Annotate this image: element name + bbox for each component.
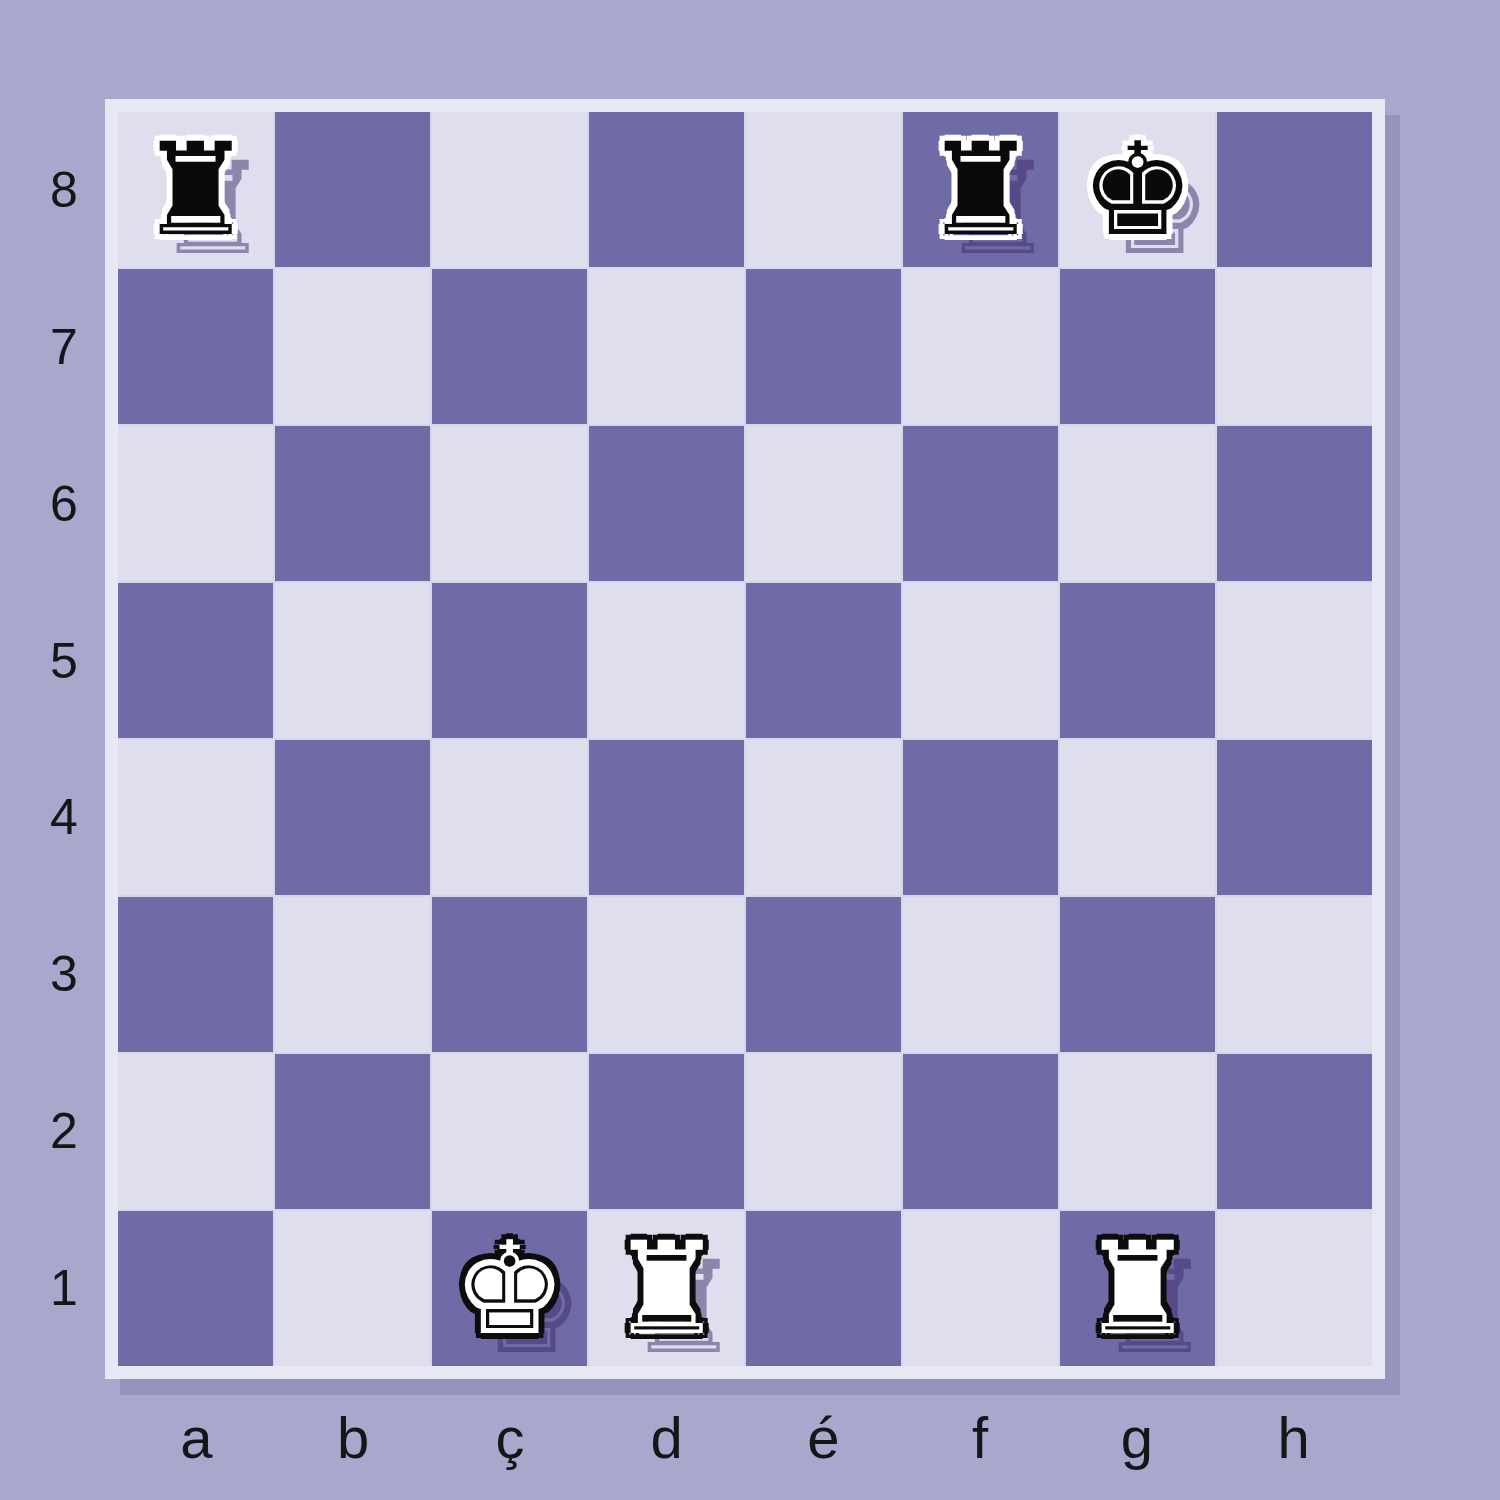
square-f5[interactable] — [903, 583, 1058, 738]
black-rook-f8[interactable]: ♜ — [903, 112, 1058, 267]
chess-diagram: 87654321 ♜♜♚♚♜♜ abçdéfgh — [0, 0, 1500, 1500]
square-f1[interactable] — [903, 1211, 1058, 1366]
black-king-g8[interactable]: ♚ — [1060, 112, 1215, 267]
square-c4[interactable] — [432, 740, 587, 895]
square-d3[interactable] — [589, 897, 744, 1052]
square-a2[interactable] — [118, 1054, 273, 1209]
rank-label-5: 5 — [28, 582, 100, 739]
square-e7[interactable] — [746, 269, 901, 424]
square-c7[interactable] — [432, 269, 587, 424]
rank-label-8: 8 — [28, 112, 100, 269]
black-rook-a8[interactable]: ♜ — [118, 112, 273, 267]
file-label-g: g — [1059, 1392, 1216, 1482]
square-h2[interactable] — [1217, 1054, 1372, 1209]
square-a1[interactable] — [118, 1211, 273, 1366]
square-a8[interactable]: ♜ — [118, 112, 273, 267]
square-g6[interactable] — [1060, 426, 1215, 581]
square-g3[interactable] — [1060, 897, 1215, 1052]
white-rook-d1[interactable]: ♜ — [589, 1211, 744, 1366]
square-c8[interactable] — [432, 112, 587, 267]
square-c5[interactable] — [432, 583, 587, 738]
square-b7[interactable] — [275, 269, 430, 424]
white-rook-g1[interactable]: ♜ — [1060, 1211, 1215, 1366]
square-b6[interactable] — [275, 426, 430, 581]
square-f3[interactable] — [903, 897, 1058, 1052]
rank-label-1: 1 — [28, 1209, 100, 1366]
square-a3[interactable] — [118, 897, 273, 1052]
square-a4[interactable] — [118, 740, 273, 895]
file-label-b: b — [275, 1392, 432, 1482]
rank-label-3: 3 — [28, 896, 100, 1053]
square-h3[interactable] — [1217, 897, 1372, 1052]
square-d5[interactable] — [589, 583, 744, 738]
square-f2[interactable] — [903, 1054, 1058, 1209]
file-label-c: ç — [432, 1392, 589, 1482]
square-g1[interactable]: ♜ — [1060, 1211, 1215, 1366]
square-g7[interactable] — [1060, 269, 1215, 424]
square-c2[interactable] — [432, 1054, 587, 1209]
square-g2[interactable] — [1060, 1054, 1215, 1209]
rank-label-6: 6 — [28, 426, 100, 583]
square-b8[interactable] — [275, 112, 430, 267]
square-a7[interactable] — [118, 269, 273, 424]
square-h1[interactable] — [1217, 1211, 1372, 1366]
square-b2[interactable] — [275, 1054, 430, 1209]
rank-label-2: 2 — [28, 1053, 100, 1210]
chess-board: ♜♜♚♚♜♜ — [105, 99, 1385, 1379]
rank-label-4: 4 — [28, 739, 100, 896]
square-d6[interactable] — [589, 426, 744, 581]
square-b4[interactable] — [275, 740, 430, 895]
square-c6[interactable] — [432, 426, 587, 581]
square-e8[interactable] — [746, 112, 901, 267]
square-e3[interactable] — [746, 897, 901, 1052]
square-f8[interactable]: ♜ — [903, 112, 1058, 267]
rank-labels: 87654321 — [28, 112, 100, 1366]
square-c3[interactable] — [432, 897, 587, 1052]
square-d4[interactable] — [589, 740, 744, 895]
square-b5[interactable] — [275, 583, 430, 738]
file-label-a: a — [118, 1392, 275, 1482]
square-f4[interactable] — [903, 740, 1058, 895]
file-labels: abçdéfgh — [118, 1392, 1372, 1482]
white-king-c1[interactable]: ♚ — [432, 1211, 587, 1366]
square-h5[interactable] — [1217, 583, 1372, 738]
square-h7[interactable] — [1217, 269, 1372, 424]
square-b3[interactable] — [275, 897, 430, 1052]
square-f6[interactable] — [903, 426, 1058, 581]
square-h6[interactable] — [1217, 426, 1372, 581]
file-label-e: é — [745, 1392, 902, 1482]
board-grid: ♜♜♚♚♜♜ — [118, 112, 1372, 1366]
square-d8[interactable] — [589, 112, 744, 267]
square-g4[interactable] — [1060, 740, 1215, 895]
square-a6[interactable] — [118, 426, 273, 581]
file-label-d: d — [588, 1392, 745, 1482]
rank-label-7: 7 — [28, 269, 100, 426]
square-g5[interactable] — [1060, 583, 1215, 738]
square-e5[interactable] — [746, 583, 901, 738]
square-b1[interactable] — [275, 1211, 430, 1366]
square-e1[interactable] — [746, 1211, 901, 1366]
square-h8[interactable] — [1217, 112, 1372, 267]
square-h4[interactable] — [1217, 740, 1372, 895]
square-a5[interactable] — [118, 583, 273, 738]
square-e4[interactable] — [746, 740, 901, 895]
square-d1[interactable]: ♜ — [589, 1211, 744, 1366]
file-label-h: h — [1215, 1392, 1372, 1482]
square-f7[interactable] — [903, 269, 1058, 424]
square-d7[interactable] — [589, 269, 744, 424]
file-label-f: f — [902, 1392, 1059, 1482]
square-c1[interactable]: ♚ — [432, 1211, 587, 1366]
square-d2[interactable] — [589, 1054, 744, 1209]
square-g8[interactable]: ♚ — [1060, 112, 1215, 267]
square-e2[interactable] — [746, 1054, 901, 1209]
square-e6[interactable] — [746, 426, 901, 581]
